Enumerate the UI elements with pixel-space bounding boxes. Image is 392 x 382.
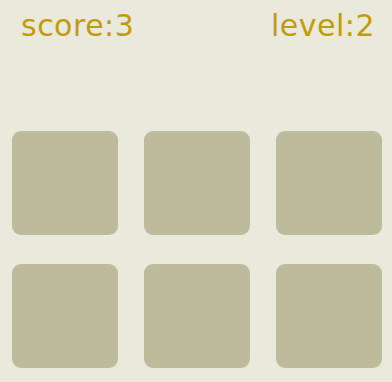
- tile-r2c2[interactable]: [144, 264, 250, 368]
- tile-r1c2[interactable]: [144, 131, 250, 235]
- score-label: score:3: [21, 9, 134, 43]
- tile-r1c1[interactable]: [12, 131, 118, 235]
- tile-r2c3[interactable]: [276, 264, 382, 368]
- tile-grid: [12, 131, 382, 368]
- game-header: score:3 level:2: [0, 0, 392, 43]
- tile-r1c3[interactable]: [276, 131, 382, 235]
- level-label: level:2: [271, 9, 375, 43]
- tile-r2c1[interactable]: [12, 264, 118, 368]
